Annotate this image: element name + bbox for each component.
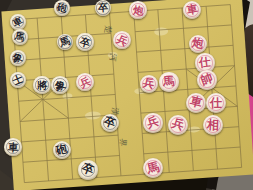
piece-black-chariot[interactable]: 車 <box>4 138 22 156</box>
piece-character: 兵 <box>142 77 155 90</box>
piece-character: 砲 <box>56 2 68 14</box>
piece-character: 炮 <box>192 38 205 51</box>
piece-character: 帥 <box>199 72 214 87</box>
piece-red-soldier[interactable]: 兵 <box>168 115 188 135</box>
piece-character: 車 <box>7 141 18 152</box>
piece-character: 象 <box>13 53 24 64</box>
piece-character: 車 <box>186 4 199 17</box>
xiangqi-photo-scene: 楚河漢界 車馬象士砲卒馬卒將象卒車砲卒炮車兵炮仕兵兵馬帥車仕兵兵相馬 <box>0 0 253 190</box>
piece-red-advisor[interactable]: 仕 <box>206 93 226 113</box>
piece-character: 將 <box>37 80 47 90</box>
piece-black-elephant[interactable]: 象 <box>10 50 26 66</box>
piece-red-chariot[interactable]: 車 <box>183 1 201 19</box>
piece-character: 兵 <box>170 117 185 132</box>
piece-character: 馬 <box>59 36 72 49</box>
piece-red-horse[interactable]: 馬 <box>159 72 178 91</box>
piece-black-chariot[interactable]: 車 <box>10 14 26 30</box>
piece-character: 卒 <box>79 36 92 49</box>
piece-red-soldier[interactable]: 兵 <box>113 31 131 49</box>
piece-red-general[interactable]: 帥 <box>197 70 217 90</box>
piece-black-cannon[interactable]: 砲 <box>54 0 70 16</box>
piece-red-chariot[interactable]: 車 <box>186 93 206 113</box>
piece-character: 卒 <box>98 3 109 14</box>
piece-character: 炮 <box>132 4 143 15</box>
piece-character: 車 <box>12 16 24 28</box>
piece-character: 仕 <box>210 97 222 109</box>
piece-black-soldier[interactable]: 卒 <box>78 160 97 179</box>
piece-character: 相 <box>207 119 220 132</box>
piece-character: 馬 <box>163 76 175 88</box>
piece-character: 兵 <box>115 33 129 47</box>
river-inscription-char: 界 <box>117 138 129 147</box>
piece-black-general[interactable]: 將 <box>33 76 50 93</box>
piece-black-horse[interactable]: 馬 <box>12 29 28 45</box>
piece-character: 兵 <box>146 116 161 131</box>
piece-character: 車 <box>189 96 204 111</box>
piece-red-cannon[interactable]: 炮 <box>129 1 146 18</box>
piece-character: 馬 <box>146 161 161 176</box>
piece-character: 砲 <box>55 143 68 156</box>
piece-character: 卒 <box>81 163 96 178</box>
piece-character: 馬 <box>14 31 25 42</box>
river-inscription-char: 楚 <box>102 25 114 34</box>
piece-character: 象 <box>54 79 67 92</box>
piece-black-soldier[interactable]: 卒 <box>76 33 93 50</box>
river-inscription-char: 河 <box>107 53 119 62</box>
piece-character: 卒 <box>103 116 117 130</box>
piece-red-soldier[interactable]: 兵 <box>76 73 94 91</box>
piece-character: 兵 <box>78 75 92 89</box>
piece-red-soldier[interactable]: 兵 <box>143 113 162 132</box>
piece-black-elephant[interactable]: 象 <box>51 76 68 93</box>
piece-character: 仕 <box>199 57 212 70</box>
piece-character: 士 <box>12 74 25 87</box>
piece-red-horse[interactable]: 馬 <box>143 158 163 178</box>
